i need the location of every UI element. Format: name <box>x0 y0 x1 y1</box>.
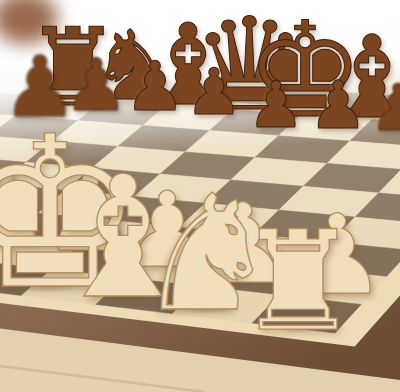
chess-set-photo: ♞♝♜♛♟♟♟♚♟♝♟♟♟♟♟♟♟♚♟♝♞♜ <box>0 0 400 392</box>
chess-board <box>0 0 400 392</box>
overexposure-fade <box>0 0 400 170</box>
